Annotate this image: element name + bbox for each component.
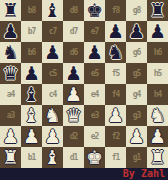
square-b6[interactable]: b6 <box>21 42 42 63</box>
white-pawn-c2: ♟ <box>44 126 61 147</box>
square-d3[interactable]: ♛ <box>63 105 84 126</box>
coordinate-label-g3: g3 <box>133 111 141 120</box>
coordinate-label-f2: f2 <box>112 132 120 141</box>
black-knight-a6: ♞ <box>2 42 19 63</box>
square-f7[interactable]: ♟ <box>105 21 126 42</box>
square-c2[interactable]: ♟ <box>42 126 63 147</box>
black-queen-a5: ♛ <box>2 63 19 84</box>
square-a4[interactable]: a4 <box>0 84 21 105</box>
coordinate-label-d2: d2 <box>70 132 78 141</box>
white-knight-c3: ♞ <box>44 105 61 126</box>
square-d7[interactable]: d7 <box>63 21 84 42</box>
chess-board: ♜b8♝d8♚f8g8♜♟b7c7d7e7♟♟♟♞b6♟d6♟♞g6h6♛♟c5… <box>0 0 168 168</box>
square-e8[interactable]: ♚ <box>84 0 105 21</box>
square-b3[interactable]: ♝ <box>21 105 42 126</box>
black-pawn-h7: ♟ <box>149 21 166 42</box>
white-bishop-b3: ♝ <box>23 105 40 126</box>
coordinate-label-e4: e4 <box>91 90 99 99</box>
square-c4[interactable]: c4 <box>42 84 63 105</box>
square-e6[interactable]: ♟ <box>84 42 105 63</box>
square-a6[interactable]: ♞ <box>0 42 21 63</box>
square-d8[interactable]: d8 <box>63 0 84 21</box>
white-pawn-h2: ♟ <box>149 126 166 147</box>
black-pawn-f7: ♟ <box>107 21 124 42</box>
square-e4[interactable]: e4 <box>84 84 105 105</box>
square-d6[interactable]: d6 <box>63 42 84 63</box>
coordinate-label-b8: b8 <box>28 6 36 15</box>
black-pawn-c6: ♟ <box>44 42 61 63</box>
black-pawn-d5: ♟ <box>65 63 82 84</box>
coordinate-label-f5: f5 <box>112 69 120 78</box>
square-d5[interactable]: ♟ <box>63 63 84 84</box>
white-pawn-g2: ♟ <box>128 126 145 147</box>
coordinate-label-h4: h4 <box>154 90 162 99</box>
coordinate-label-c7: c7 <box>49 27 57 36</box>
square-c7[interactable]: c7 <box>42 21 63 42</box>
square-a8[interactable]: ♜ <box>0 0 21 21</box>
square-f2[interactable]: f2 <box>105 126 126 147</box>
square-b8[interactable]: b8 <box>21 0 42 21</box>
coordinate-label-g1: g1 <box>133 153 141 162</box>
square-b1[interactable]: b1 <box>21 147 42 168</box>
square-c6[interactable]: ♟ <box>42 42 63 63</box>
square-f8[interactable]: f8 <box>105 0 126 21</box>
square-e3[interactable]: e3 <box>84 105 105 126</box>
black-pawn-b5: ♟ <box>23 63 40 84</box>
black-king-e8: ♚ <box>86 0 103 21</box>
coordinate-label-f4: f4 <box>112 90 120 99</box>
black-bishop-b4: ♝ <box>23 84 40 105</box>
black-knight-f6: ♞ <box>107 42 124 63</box>
white-pawn-b2: ♟ <box>23 126 40 147</box>
coordinate-label-e3: e3 <box>91 111 99 120</box>
square-f3[interactable]: ♟ <box>105 105 126 126</box>
white-pawn-d4: ♟ <box>65 84 82 105</box>
coordinate-label-d6: d6 <box>70 48 78 57</box>
square-e5[interactable]: e5 <box>84 63 105 84</box>
square-h1[interactable]: ♜ <box>147 147 168 168</box>
square-b4[interactable]: ♝ <box>21 84 42 105</box>
square-h8[interactable]: ♜ <box>147 0 168 21</box>
coordinate-label-b6: b6 <box>28 48 36 57</box>
square-c5[interactable]: c5 <box>42 63 63 84</box>
white-pawn-a2: ♟ <box>2 126 19 147</box>
coordinate-label-b7: b7 <box>28 27 36 36</box>
coordinate-label-f1: f1 <box>112 153 120 162</box>
square-a1[interactable]: ♜ <box>0 147 21 168</box>
white-rook-h1: ♜ <box>149 147 166 168</box>
square-f4[interactable]: f4 <box>105 84 126 105</box>
coordinate-label-h6: h6 <box>154 48 162 57</box>
square-a5[interactable]: ♛ <box>0 63 21 84</box>
square-e7[interactable]: e7 <box>84 21 105 42</box>
square-d4[interactable]: ♟ <box>63 84 84 105</box>
coordinate-label-d1: d1 <box>70 153 78 162</box>
square-a2[interactable]: ♟ <box>0 126 21 147</box>
black-pawn-g7: ♟ <box>128 21 145 42</box>
black-rook-h8: ♜ <box>149 0 166 21</box>
square-e2[interactable]: e2 <box>84 126 105 147</box>
square-c1[interactable]: ♝ <box>42 147 63 168</box>
square-c3[interactable]: ♞ <box>42 105 63 126</box>
square-d1[interactable]: d1 <box>63 147 84 168</box>
coordinate-label-g6: g6 <box>133 48 141 57</box>
coordinate-label-h5: h5 <box>154 69 162 78</box>
square-h7[interactable]: ♟ <box>147 21 168 42</box>
square-a3[interactable]: a3 <box>0 105 21 126</box>
coordinate-label-c4: c4 <box>49 90 57 99</box>
coordinate-label-d7: d7 <box>70 27 78 36</box>
coordinate-label-f8: f8 <box>112 6 120 15</box>
square-a7[interactable]: ♟ <box>0 21 21 42</box>
coordinate-label-e2: e2 <box>91 132 99 141</box>
square-b5[interactable]: ♟ <box>21 63 42 84</box>
square-f1[interactable]: f1 <box>105 147 126 168</box>
square-g8[interactable]: g8 <box>126 0 147 21</box>
coordinate-label-g8: g8 <box>133 6 141 15</box>
square-h6[interactable]: h6 <box>147 42 168 63</box>
white-bishop-c1: ♝ <box>44 147 61 168</box>
coordinate-label-c5: c5 <box>49 69 57 78</box>
square-h5[interactable]: h5 <box>147 63 168 84</box>
square-g1[interactable]: g1 <box>126 147 147 168</box>
square-f5[interactable]: f5 <box>105 63 126 84</box>
square-h4[interactable]: h4 <box>147 84 168 105</box>
square-g4[interactable]: g4 <box>126 84 147 105</box>
coordinate-label-a3: a3 <box>7 111 15 120</box>
coordinate-label-a4: a4 <box>7 90 15 99</box>
coordinate-label-g4: g4 <box>133 90 141 99</box>
black-pawn-e6: ♟ <box>86 42 103 63</box>
square-g5[interactable]: g5 <box>126 63 147 84</box>
square-d2[interactable]: d2 <box>63 126 84 147</box>
coordinate-label-g5: g5 <box>133 69 141 78</box>
square-c8[interactable]: ♝ <box>42 0 63 21</box>
white-king-e1: ♚ <box>86 147 103 168</box>
coordinate-label-b1: b1 <box>28 153 36 162</box>
white-queen-d3: ♛ <box>65 105 82 126</box>
white-knight-h3: ♞ <box>149 105 166 126</box>
coordinate-label-e5: e5 <box>91 69 99 78</box>
square-g2[interactable]: ♟ <box>126 126 147 147</box>
square-h2[interactable]: ♟ <box>147 126 168 147</box>
square-b7[interactable]: b7 <box>21 21 42 42</box>
footer-credit-bar: By Zahl <box>0 168 168 180</box>
square-g6[interactable]: g6 <box>126 42 147 63</box>
white-pawn-f3: ♟ <box>107 105 124 126</box>
square-g3[interactable]: g3 <box>126 105 147 126</box>
square-h3[interactable]: ♞ <box>147 105 168 126</box>
square-e1[interactable]: ♚ <box>84 147 105 168</box>
coordinate-label-e7: e7 <box>91 27 99 36</box>
black-pawn-a7: ♟ <box>2 21 19 42</box>
black-rook-a8: ♜ <box>2 0 19 21</box>
black-bishop-c8: ♝ <box>44 0 61 21</box>
square-b2[interactable]: ♟ <box>21 126 42 147</box>
square-g7[interactable]: ♟ <box>126 21 147 42</box>
coordinate-label-d8: d8 <box>70 6 78 15</box>
credit-text: By Zahl <box>123 168 165 180</box>
white-rook-a1: ♜ <box>2 147 19 168</box>
square-f6[interactable]: ♞ <box>105 42 126 63</box>
